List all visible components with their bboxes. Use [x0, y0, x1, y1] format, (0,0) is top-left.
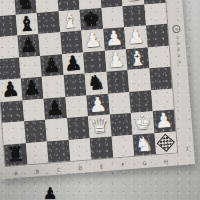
board-cell[interactable]: ♟ — [43, 97, 66, 120]
board-cell[interactable] — [67, 116, 90, 139]
board-cell[interactable] — [65, 95, 88, 118]
chess-board: ♞♞♝♝♚♟♟♟♟♟♟♟♝♟♟♞♟♟♛♚♟♜♞ CHESS 1 ABCDEFGH — [0, 0, 195, 179]
board-cell[interactable] — [0, 14, 17, 37]
board-cell[interactable] — [45, 118, 68, 141]
board-cell[interactable] — [109, 113, 132, 136]
checkered-diamond-logo-icon — [156, 133, 174, 151]
board-cell[interactable] — [149, 67, 172, 90]
chess-piece-bp: ♟ — [17, 34, 40, 57]
chess-piece-wn: ♞ — [133, 133, 156, 156]
chess-piece-bp: ♟ — [43, 97, 66, 120]
board-cell[interactable] — [37, 11, 60, 34]
board-cell[interactable] — [146, 24, 169, 47]
chess-piece-br: ♜ — [4, 143, 27, 166]
board-cell[interactable] — [127, 68, 150, 91]
brand-text: CHESS — [175, 35, 181, 65]
board-cell[interactable] — [0, 36, 19, 59]
board-cell[interactable]: ♟ — [20, 77, 43, 100]
board-cell[interactable]: ♟ — [81, 29, 104, 52]
chess-piece-bp: ♟ — [20, 77, 43, 100]
board-cell[interactable] — [1, 100, 24, 123]
board-cell[interactable] — [111, 134, 134, 157]
chess-piece-bp: ♟ — [62, 52, 85, 75]
chess-piece-wq: ♛ — [88, 115, 111, 138]
board-cell[interactable]: ♛ — [88, 115, 111, 138]
file-label: G — [134, 160, 156, 167]
board-cell[interactable] — [90, 136, 113, 159]
board-cell[interactable]: ♝ — [58, 9, 81, 32]
rank-label: 1 — [185, 146, 189, 152]
board-cell[interactable] — [47, 139, 70, 162]
file-label: C — [48, 167, 70, 174]
file-label: A — [5, 170, 27, 177]
chess-piece-wb: ♝ — [58, 9, 81, 32]
board-cell[interactable]: ♜ — [4, 143, 27, 166]
brand-logo-icon — [172, 25, 181, 34]
board-cell[interactable] — [108, 92, 131, 115]
board-right-border: CHESS — [169, 25, 186, 66]
board-cell[interactable] — [106, 70, 129, 93]
board-cell[interactable] — [25, 141, 48, 164]
board-cell[interactable]: ♝ — [126, 47, 149, 70]
chess-piece-wp: ♟ — [104, 49, 127, 72]
chess-piece-bp: ♟ — [40, 54, 63, 77]
file-label: H — [155, 158, 177, 165]
board-cell[interactable] — [24, 120, 47, 143]
chess-piece-wp: ♟ — [152, 110, 175, 133]
board-cell[interactable] — [22, 98, 45, 121]
file-label: E — [91, 164, 113, 171]
board-cell[interactable] — [144, 2, 167, 25]
chess-piece-wb: ♝ — [126, 47, 149, 70]
board-cell[interactable] — [154, 131, 177, 154]
chess-piece-bp: ♟ — [0, 79, 22, 102]
board-cell[interactable]: ♟ — [62, 52, 85, 75]
board-cell[interactable]: ♟ — [17, 34, 40, 57]
board-cell[interactable] — [63, 73, 86, 96]
file-label: F — [112, 162, 134, 169]
board-cell[interactable] — [68, 138, 91, 161]
board-cell[interactable]: ♞ — [133, 133, 156, 156]
board-cell[interactable]: ♟ — [152, 110, 175, 133]
board-grid: ♞♞♝♝♚♟♟♟♟♟♟♟♝♟♟♞♟♟♛♚♟♜♞ — [0, 0, 178, 167]
file-label: D — [69, 165, 91, 172]
board-cell[interactable]: ♟ — [40, 54, 63, 77]
file-label: B — [27, 169, 49, 176]
captured-black-pawn-offboard: ♟ — [43, 184, 57, 200]
board-cell[interactable] — [147, 45, 170, 68]
chessboard-photo: ♞♞♝♝♚♟♟♟♟♟♟♟♝♟♟♞♟♟♛♚♟♜♞ CHESS 1 ABCDEFGH… — [0, 0, 200, 200]
board-cell[interactable]: ♟ — [104, 49, 127, 72]
chess-piece-wp: ♟ — [81, 29, 104, 52]
board-cell[interactable]: ♟ — [0, 79, 22, 102]
